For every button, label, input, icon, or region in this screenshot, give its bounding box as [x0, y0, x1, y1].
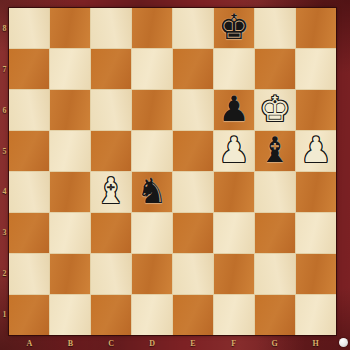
rank-label-7: 7: [0, 49, 9, 90]
rank-labels: 87654321: [0, 8, 9, 335]
square-d6[interactable]: [132, 90, 172, 130]
square-e1[interactable]: [173, 295, 213, 335]
square-c5[interactable]: [91, 131, 131, 171]
chess-puzzle-window: 87654321 ABCDEFGH ♚♟♚♟♝♟♝♞: [0, 0, 350, 350]
square-a3[interactable]: [9, 213, 49, 253]
rank-label-6: 6: [0, 90, 9, 131]
square-b7[interactable]: [50, 49, 90, 89]
rank-label-4: 4: [0, 172, 9, 213]
square-f4[interactable]: [214, 172, 254, 212]
square-f3[interactable]: [214, 213, 254, 253]
square-d8[interactable]: [132, 8, 172, 48]
square-h1[interactable]: [296, 295, 336, 335]
piece-black-bishop[interactable]: ♝: [259, 133, 290, 168]
piece-black-pawn[interactable]: ♟: [218, 92, 249, 127]
rank-label-5: 5: [0, 131, 9, 172]
square-f2[interactable]: [214, 254, 254, 294]
square-c8[interactable]: [91, 8, 131, 48]
square-e4[interactable]: [173, 172, 213, 212]
piece-white-bishop[interactable]: ♝: [95, 174, 126, 209]
rank-label-2: 2: [0, 253, 9, 294]
square-e8[interactable]: [173, 8, 213, 48]
file-labels: ABCDEFGH: [9, 336, 336, 350]
piece-white-king[interactable]: ♚: [259, 92, 290, 127]
square-f8[interactable]: ♚: [214, 8, 254, 48]
square-b8[interactable]: [50, 8, 90, 48]
square-g2[interactable]: [255, 254, 295, 294]
square-b2[interactable]: [50, 254, 90, 294]
square-a1[interactable]: [9, 295, 49, 335]
square-c2[interactable]: [91, 254, 131, 294]
file-label-a: A: [9, 336, 50, 350]
square-a2[interactable]: [9, 254, 49, 294]
square-h6[interactable]: [296, 90, 336, 130]
rank-label-1: 1: [0, 294, 9, 335]
square-g4[interactable]: [255, 172, 295, 212]
square-d5[interactable]: [132, 131, 172, 171]
square-f6[interactable]: ♟: [214, 90, 254, 130]
square-d4[interactable]: ♞: [132, 172, 172, 212]
file-label-e: E: [173, 336, 214, 350]
rank-label-3: 3: [0, 212, 9, 253]
square-a7[interactable]: [9, 49, 49, 89]
square-c4[interactable]: ♝: [91, 172, 131, 212]
square-c1[interactable]: [91, 295, 131, 335]
square-h3[interactable]: [296, 213, 336, 253]
chess-board[interactable]: ♚♟♚♟♝♟♝♞: [9, 8, 336, 335]
square-h5[interactable]: ♟: [296, 131, 336, 171]
square-f7[interactable]: [214, 49, 254, 89]
square-d7[interactable]: [132, 49, 172, 89]
square-c3[interactable]: [91, 213, 131, 253]
square-a4[interactable]: [9, 172, 49, 212]
file-label-b: B: [50, 336, 91, 350]
rank-label-8: 8: [0, 8, 9, 49]
square-d3[interactable]: [132, 213, 172, 253]
square-d2[interactable]: [132, 254, 172, 294]
square-e2[interactable]: [173, 254, 213, 294]
piece-white-pawn[interactable]: ♟: [218, 133, 249, 168]
file-label-h: H: [295, 336, 336, 350]
white-to-move-indicator: [339, 338, 348, 347]
square-b6[interactable]: [50, 90, 90, 130]
piece-white-pawn[interactable]: ♟: [300, 133, 331, 168]
file-label-d: D: [132, 336, 173, 350]
square-b5[interactable]: [50, 131, 90, 171]
square-g7[interactable]: [255, 49, 295, 89]
file-label-f: F: [213, 336, 254, 350]
square-f1[interactable]: [214, 295, 254, 335]
square-c7[interactable]: [91, 49, 131, 89]
square-g5[interactable]: ♝: [255, 131, 295, 171]
square-h8[interactable]: [296, 8, 336, 48]
square-g1[interactable]: [255, 295, 295, 335]
square-b1[interactable]: [50, 295, 90, 335]
square-h4[interactable]: [296, 172, 336, 212]
file-label-c: C: [91, 336, 132, 350]
square-h7[interactable]: [296, 49, 336, 89]
square-f5[interactable]: ♟: [214, 131, 254, 171]
square-e6[interactable]: [173, 90, 213, 130]
square-g3[interactable]: [255, 213, 295, 253]
piece-black-knight[interactable]: ♞: [136, 174, 167, 209]
square-e7[interactable]: [173, 49, 213, 89]
piece-black-king[interactable]: ♚: [218, 10, 249, 45]
square-b4[interactable]: [50, 172, 90, 212]
square-a8[interactable]: [9, 8, 49, 48]
square-a5[interactable]: [9, 131, 49, 171]
square-b3[interactable]: [50, 213, 90, 253]
file-label-g: G: [254, 336, 295, 350]
square-e3[interactable]: [173, 213, 213, 253]
square-d1[interactable]: [132, 295, 172, 335]
square-c6[interactable]: [91, 90, 131, 130]
square-a6[interactable]: [9, 90, 49, 130]
square-h2[interactable]: [296, 254, 336, 294]
square-g8[interactable]: [255, 8, 295, 48]
square-e5[interactable]: [173, 131, 213, 171]
square-g6[interactable]: ♚: [255, 90, 295, 130]
